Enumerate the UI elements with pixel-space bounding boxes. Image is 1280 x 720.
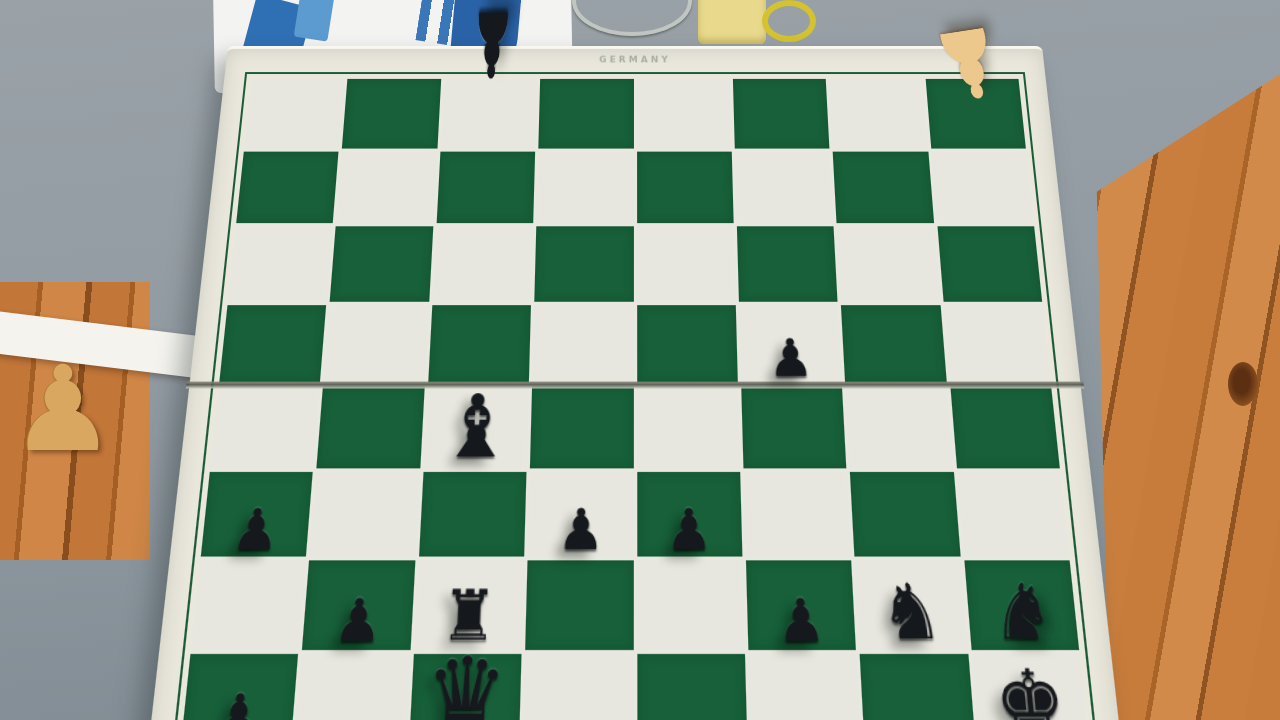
square-c1[interactable]: ♛ <box>409 653 522 720</box>
black-pawn[interactable]: ♟ <box>201 471 313 556</box>
square-b6[interactable] <box>330 226 433 301</box>
cloth-print-shape <box>294 0 336 42</box>
board-grid: ♟♟♟♝♟♟♟♟♜♟♞♞♟♛♚ <box>181 79 1090 720</box>
square-b4[interactable] <box>317 386 425 468</box>
square-e3[interactable]: ♟ <box>637 471 743 556</box>
square-b7[interactable] <box>336 151 437 223</box>
square-g1[interactable] <box>860 653 975 720</box>
square-c5[interactable] <box>428 305 531 383</box>
square-g7[interactable] <box>833 151 934 223</box>
square-g3[interactable] <box>850 471 960 556</box>
black-knight[interactable]: ♞ <box>964 560 1079 649</box>
board-frame: GERMANY ♟♟♟♝♟♟♟♟♜♟♞♞♟♛♚ <box>144 46 1126 720</box>
square-e6[interactable] <box>637 226 736 301</box>
square-d6[interactable] <box>534 226 633 301</box>
black-pawn[interactable]: ♟ <box>637 471 743 556</box>
board-hinge <box>186 381 1084 388</box>
square-d3[interactable]: ♟ <box>528 471 634 556</box>
square-e2[interactable] <box>637 560 745 649</box>
chess-board: GERMANY ♟♟♟♝♟♟♟♟♜♟♞♞♟♛♚ <box>144 46 1126 720</box>
square-g5[interactable] <box>841 305 946 383</box>
square-f2[interactable]: ♟ <box>746 560 856 649</box>
black-pawn[interactable]: ♟ <box>302 560 415 649</box>
square-b3[interactable] <box>310 471 420 556</box>
square-g4[interactable] <box>846 386 954 468</box>
square-h2[interactable]: ♞ <box>964 560 1079 649</box>
square-b2[interactable]: ♟ <box>302 560 415 649</box>
square-e8[interactable] <box>637 79 732 148</box>
square-g8[interactable] <box>829 79 928 148</box>
square-d1[interactable] <box>523 653 633 720</box>
square-e7[interactable] <box>637 151 734 223</box>
square-f5[interactable]: ♟ <box>739 305 842 383</box>
white-pawn[interactable]: ♟ <box>904 11 1039 131</box>
square-b1[interactable] <box>295 653 410 720</box>
square-d5[interactable] <box>532 305 633 383</box>
square-a1[interactable]: ♟ <box>181 653 299 720</box>
metal-bowl-rim-icon <box>572 0 692 36</box>
square-a3[interactable]: ♟ <box>201 471 313 556</box>
black-pawn[interactable]: ♟ <box>528 471 634 556</box>
square-h6[interactable] <box>937 226 1042 301</box>
offboard-white-pawn[interactable]: ♟ <box>18 312 108 462</box>
square-e5[interactable] <box>637 305 738 383</box>
square-c4[interactable]: ♝ <box>423 386 528 468</box>
yellow-ring <box>762 0 816 42</box>
square-a4[interactable] <box>210 386 320 468</box>
black-queen[interactable]: ♛ <box>409 653 522 720</box>
square-f6[interactable] <box>737 226 838 301</box>
square-c8[interactable]: ♟ <box>440 79 537 148</box>
black-pawn[interactable]: ♟ <box>739 305 842 383</box>
wood-knot <box>1228 362 1258 406</box>
square-h4[interactable] <box>950 386 1060 468</box>
square-d7[interactable] <box>536 151 633 223</box>
square-c3[interactable] <box>419 471 527 556</box>
square-f1[interactable] <box>748 653 861 720</box>
square-h8[interactable]: ♟ <box>925 79 1026 148</box>
square-e1[interactable] <box>637 653 747 720</box>
square-e4[interactable] <box>637 386 740 468</box>
square-h7[interactable] <box>931 151 1034 223</box>
square-a8[interactable] <box>244 79 345 148</box>
square-d8[interactable] <box>538 79 633 148</box>
black-king[interactable]: ♚ <box>971 653 1089 720</box>
yellow-box <box>698 0 766 44</box>
black-pawn[interactable]: ♟ <box>746 560 856 649</box>
square-f3[interactable] <box>743 471 851 556</box>
square-c7[interactable] <box>436 151 535 223</box>
square-a5[interactable] <box>219 305 326 383</box>
square-d4[interactable] <box>530 386 633 468</box>
square-h1[interactable]: ♚ <box>971 653 1089 720</box>
square-h3[interactable] <box>957 471 1069 556</box>
square-h5[interactable] <box>943 305 1050 383</box>
square-g2[interactable]: ♞ <box>855 560 968 649</box>
square-b8[interactable] <box>342 79 441 148</box>
black-bishop[interactable]: ♝ <box>423 386 528 468</box>
black-knight[interactable]: ♞ <box>855 560 968 649</box>
square-f7[interactable] <box>735 151 834 223</box>
square-a7[interactable] <box>236 151 339 223</box>
board-playing-area: ♟♟♟♝♟♟♟♟♜♟♞♞♟♛♚ <box>171 72 1099 720</box>
square-c6[interactable] <box>432 226 533 301</box>
square-g6[interactable] <box>837 226 940 301</box>
black-pawn[interactable]: ♟ <box>181 653 299 720</box>
square-d2[interactable] <box>525 560 633 649</box>
square-a6[interactable] <box>228 226 333 301</box>
square-a2[interactable] <box>191 560 306 649</box>
square-f8[interactable] <box>733 79 830 148</box>
black-pawn[interactable]: ♟ <box>438 0 541 138</box>
square-f4[interactable] <box>741 386 846 468</box>
square-b5[interactable] <box>324 305 429 383</box>
